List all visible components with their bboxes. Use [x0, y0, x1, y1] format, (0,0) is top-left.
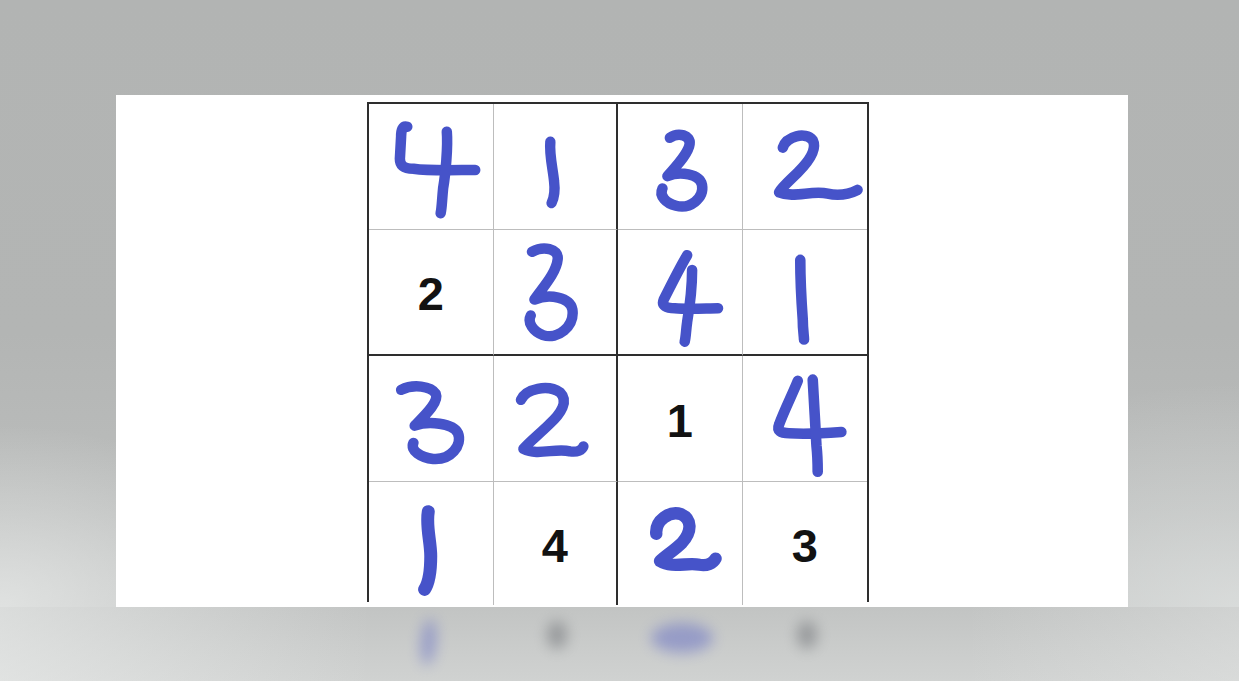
cell-r3c2[interactable] — [494, 356, 619, 482]
cell-r4c4[interactable]: 3 — [743, 482, 868, 606]
handwritten-digit — [369, 104, 493, 229]
reflection-blob-1 — [419, 618, 438, 665]
handwritten-digit — [494, 356, 617, 481]
cell-r4c3[interactable] — [618, 482, 743, 606]
board-reflection — [369, 613, 871, 677]
handwritten-digit — [494, 104, 617, 229]
cell-r4c1[interactable] — [369, 482, 494, 606]
given-digit: 4 — [542, 522, 568, 569]
cell-r1c1[interactable] — [369, 104, 494, 230]
handwritten-digit — [743, 230, 868, 355]
floor — [0, 607, 1239, 681]
handwritten-digit — [618, 230, 742, 355]
cell-r2c3[interactable] — [618, 230, 743, 357]
given-digit: 3 — [792, 522, 818, 569]
handwritten-digit — [369, 356, 493, 481]
handwritten-digit — [743, 104, 868, 229]
reflection-blob-3 — [797, 621, 817, 649]
cell-r3c4[interactable] — [743, 356, 868, 482]
handwritten-digit — [494, 230, 617, 355]
handwritten-digit — [618, 482, 742, 606]
cell-r3c3[interactable]: 1 — [618, 356, 743, 482]
sudoku-board: 2143 — [367, 102, 869, 602]
cell-r4c2[interactable]: 4 — [494, 482, 619, 606]
handwritten-digit — [618, 104, 742, 229]
cell-r2c2[interactable] — [494, 230, 619, 357]
whiteboard-panel: 2143 — [116, 95, 1128, 607]
handwritten-digit — [743, 356, 868, 481]
reflection-blob-4 — [547, 621, 567, 649]
reflection-blob-2 — [651, 623, 713, 653]
cell-r1c3[interactable] — [618, 104, 743, 230]
cell-r1c2[interactable] — [494, 104, 619, 230]
given-digit: 1 — [667, 397, 693, 444]
cell-r1c4[interactable] — [743, 104, 868, 230]
handwritten-digit — [369, 482, 493, 606]
cell-r2c1[interactable]: 2 — [369, 230, 494, 357]
cell-r3c1[interactable] — [369, 356, 494, 482]
given-digit: 2 — [418, 270, 444, 317]
cell-r2c4[interactable] — [743, 230, 868, 357]
